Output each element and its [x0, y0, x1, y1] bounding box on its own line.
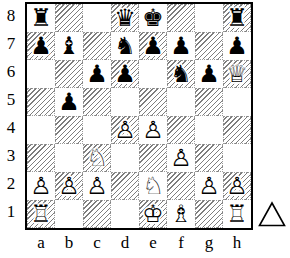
piece-white-pawn-c2: ♙: [86, 172, 108, 200]
square-b1: [55, 200, 83, 228]
file-label-f: f: [167, 233, 195, 253]
square-c7: [83, 32, 111, 60]
square-h1: ♖: [223, 200, 251, 228]
square-f3: ♙: [167, 144, 195, 172]
square-b8: [55, 4, 83, 32]
file-label-b: b: [55, 233, 83, 253]
square-b7: ♝: [55, 32, 83, 60]
piece-black-bishop-b7: ♝: [58, 32, 80, 60]
square-a8: ♜: [27, 4, 55, 32]
piece-white-pawn-g2: ♙: [198, 172, 220, 200]
square-g4: [195, 116, 223, 144]
square-c2: ♙: [83, 172, 111, 200]
square-b2: ♙: [55, 172, 83, 200]
piece-black-pawn-d6: ♟: [114, 60, 136, 88]
piece-black-pawn-a7: ♟: [30, 32, 52, 60]
square-g5: [195, 88, 223, 116]
rank-label-6: 6: [0, 58, 22, 86]
square-g1: [195, 200, 223, 228]
white-to-move-triangle-icon: [257, 200, 287, 228]
square-f2: [167, 172, 195, 200]
square-h3: [223, 144, 251, 172]
square-d2: [111, 172, 139, 200]
square-g2: ♙: [195, 172, 223, 200]
file-labels: abcdefgh: [27, 233, 251, 253]
square-e5: [139, 88, 167, 116]
square-c5: [83, 88, 111, 116]
square-h2: ♙: [223, 172, 251, 200]
piece-white-pawn-a2: ♙: [30, 172, 52, 200]
square-a1: ♖: [27, 200, 55, 228]
square-a3: [27, 144, 55, 172]
file-label-d: d: [111, 233, 139, 253]
file-label-e: e: [139, 233, 167, 253]
piece-white-pawn-e4: ♙: [142, 116, 164, 144]
file-label-a: a: [27, 233, 55, 253]
piece-black-king-e8: ♚: [142, 4, 164, 32]
square-f8: [167, 4, 195, 32]
square-c1: [83, 200, 111, 228]
piece-white-pawn-b2: ♙: [58, 172, 80, 200]
piece-black-pawn-f7: ♟: [170, 32, 192, 60]
piece-white-bishop-f1: ♗: [170, 200, 192, 228]
square-d8: ♛: [111, 4, 139, 32]
square-h4: [223, 116, 251, 144]
file-label-h: h: [223, 233, 251, 253]
rank-labels: 87654321: [0, 2, 22, 226]
square-a6: [27, 60, 55, 88]
rank-label-8: 8: [0, 2, 22, 30]
piece-black-queen-d8: ♛: [114, 4, 136, 32]
square-e2: ♘: [139, 172, 167, 200]
piece-black-knight-d7: ♞: [114, 32, 136, 60]
square-e7: ♟: [139, 32, 167, 60]
square-f1: ♗: [167, 200, 195, 228]
piece-white-queen-h6: ♕: [226, 60, 248, 88]
piece-white-king-e1: ♔: [142, 200, 164, 228]
piece-white-pawn-h2: ♙: [226, 172, 248, 200]
square-e3: [139, 144, 167, 172]
square-c6: ♟: [83, 60, 111, 88]
square-f6: ♞: [167, 60, 195, 88]
square-f7: ♟: [167, 32, 195, 60]
piece-white-rook-a1: ♖: [30, 200, 52, 228]
piece-white-knight-c3: ♘: [86, 144, 108, 172]
square-c8: [83, 4, 111, 32]
chess-diagram: 87654321 ♜♛♚♜♟♝♞♟♟♟♟♟♞♟♕♟♙♙♘♙♙♙♙♘♙♙♖♔♗♖ …: [0, 0, 290, 258]
square-d1: [111, 200, 139, 228]
square-b4: [55, 116, 83, 144]
square-e6: [139, 60, 167, 88]
square-d3: [111, 144, 139, 172]
square-h8: ♜: [223, 4, 251, 32]
rank-label-4: 4: [0, 114, 22, 142]
piece-white-pawn-d4: ♙: [114, 116, 136, 144]
square-c3: ♘: [83, 144, 111, 172]
square-b3: [55, 144, 83, 172]
square-g7: [195, 32, 223, 60]
square-e1: ♔: [139, 200, 167, 228]
square-e4: ♙: [139, 116, 167, 144]
rank-label-2: 2: [0, 170, 22, 198]
square-h7: ♟: [223, 32, 251, 60]
square-d6: ♟: [111, 60, 139, 88]
square-d7: ♞: [111, 32, 139, 60]
square-b6: [55, 60, 83, 88]
square-g3: [195, 144, 223, 172]
rank-label-1: 1: [0, 198, 22, 226]
square-c4: [83, 116, 111, 144]
square-d4: ♙: [111, 116, 139, 144]
rank-label-5: 5: [0, 86, 22, 114]
piece-white-rook-h1: ♖: [226, 200, 248, 228]
rank-label-7: 7: [0, 30, 22, 58]
piece-black-pawn-b5: ♟: [58, 88, 80, 116]
piece-black-knight-f6: ♞: [170, 60, 192, 88]
piece-white-knight-e2: ♘: [142, 172, 164, 200]
piece-black-pawn-c6: ♟: [86, 60, 108, 88]
piece-black-pawn-g6: ♟: [198, 60, 220, 88]
square-g8: [195, 4, 223, 32]
rank-label-3: 3: [0, 142, 22, 170]
file-label-g: g: [195, 233, 223, 253]
file-label-c: c: [83, 233, 111, 253]
piece-white-pawn-f3: ♙: [170, 144, 192, 172]
square-a5: [27, 88, 55, 116]
piece-black-rook-a8: ♜: [30, 4, 52, 32]
square-a4: [27, 116, 55, 144]
square-a7: ♟: [27, 32, 55, 60]
square-h6: ♕: [223, 60, 251, 88]
piece-black-pawn-h7: ♟: [226, 32, 248, 60]
square-f5: [167, 88, 195, 116]
square-h5: [223, 88, 251, 116]
piece-black-pawn-e7: ♟: [142, 32, 164, 60]
square-b5: ♟: [55, 88, 83, 116]
square-e8: ♚: [139, 4, 167, 32]
chess-board: ♜♛♚♜♟♝♞♟♟♟♟♟♞♟♕♟♙♙♘♙♙♙♙♘♙♙♖♔♗♖: [25, 2, 253, 230]
square-g6: ♟: [195, 60, 223, 88]
square-f4: [167, 116, 195, 144]
square-a2: ♙: [27, 172, 55, 200]
piece-black-rook-h8: ♜: [226, 4, 248, 32]
square-d5: [111, 88, 139, 116]
